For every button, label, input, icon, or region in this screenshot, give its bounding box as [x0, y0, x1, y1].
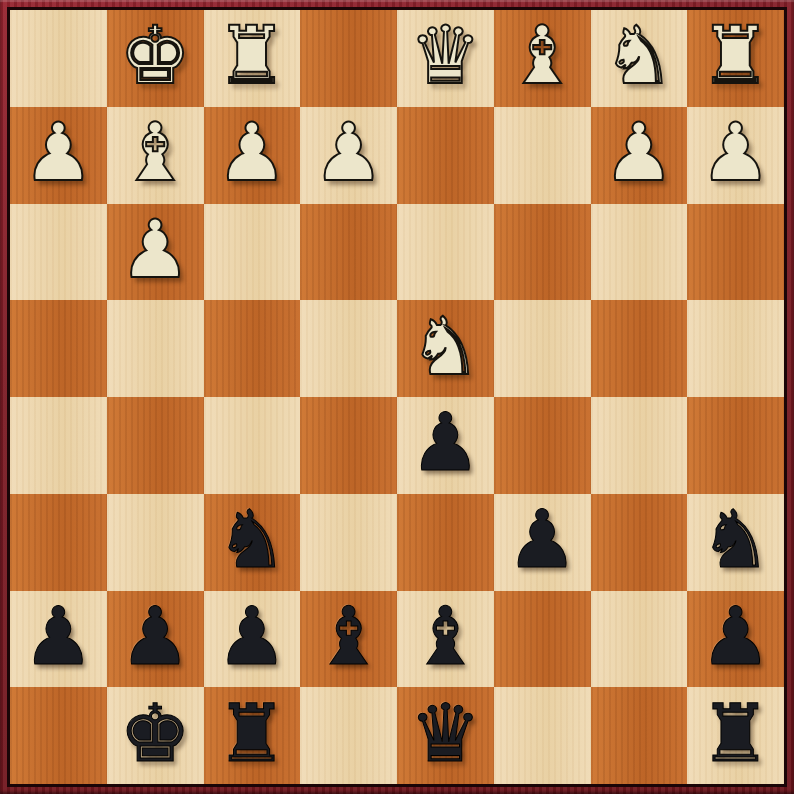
piece-white-knight: ♞	[603, 16, 675, 96]
square-h4[interactable]	[10, 300, 107, 397]
square-d3[interactable]	[397, 204, 494, 301]
piece-black-knight: ♞	[216, 500, 288, 580]
square-h5[interactable]	[10, 397, 107, 494]
piece-white-rook: ♜	[700, 16, 772, 96]
square-e4[interactable]	[300, 300, 397, 397]
piece-black-pawn: ♟	[700, 597, 772, 677]
piece-white-pawn: ♟	[119, 210, 191, 290]
square-f8[interactable]: ♜	[204, 687, 301, 784]
square-e5[interactable]	[300, 397, 397, 494]
square-h1[interactable]	[10, 10, 107, 107]
piece-black-knight: ♞	[700, 500, 772, 580]
piece-black-pawn: ♟	[410, 403, 482, 483]
square-b1[interactable]: ♞	[591, 10, 688, 107]
square-g3[interactable]: ♟	[107, 204, 204, 301]
piece-black-king: ♚	[119, 694, 191, 774]
piece-black-pawn: ♟	[506, 500, 578, 580]
square-g1[interactable]: ♚	[107, 10, 204, 107]
piece-white-pawn: ♟	[216, 113, 288, 193]
square-d5[interactable]: ♟	[397, 397, 494, 494]
square-g5[interactable]	[107, 397, 204, 494]
piece-white-pawn: ♟	[603, 113, 675, 193]
square-b5[interactable]	[591, 397, 688, 494]
square-a4[interactable]	[687, 300, 784, 397]
square-c3[interactable]	[494, 204, 591, 301]
square-c5[interactable]	[494, 397, 591, 494]
square-h3[interactable]	[10, 204, 107, 301]
square-c8[interactable]	[494, 687, 591, 784]
square-f4[interactable]	[204, 300, 301, 397]
square-h6[interactable]	[10, 494, 107, 591]
square-c6[interactable]: ♟	[494, 494, 591, 591]
square-e7[interactable]: ♝	[300, 591, 397, 688]
square-a3[interactable]	[687, 204, 784, 301]
piece-white-pawn: ♟	[313, 113, 385, 193]
piece-white-queen: ♛	[410, 16, 482, 96]
piece-white-bishop: ♝	[506, 16, 578, 96]
square-e6[interactable]	[300, 494, 397, 591]
square-f7[interactable]: ♟	[204, 591, 301, 688]
square-d8[interactable]: ♛	[397, 687, 494, 784]
square-g4[interactable]	[107, 300, 204, 397]
square-g6[interactable]	[107, 494, 204, 591]
square-d6[interactable]	[397, 494, 494, 591]
square-b7[interactable]	[591, 591, 688, 688]
square-f1[interactable]: ♜	[204, 10, 301, 107]
piece-black-pawn: ♟	[216, 597, 288, 677]
square-d1[interactable]: ♛	[397, 10, 494, 107]
square-h7[interactable]: ♟	[10, 591, 107, 688]
square-d4[interactable]: ♞	[397, 300, 494, 397]
piece-white-rook: ♜	[216, 16, 288, 96]
piece-black-rook: ♜	[700, 694, 772, 774]
square-e1[interactable]	[300, 10, 397, 107]
square-f3[interactable]	[204, 204, 301, 301]
square-a1[interactable]: ♜	[687, 10, 784, 107]
piece-white-pawn: ♟	[23, 113, 95, 193]
square-d7[interactable]: ♝	[397, 591, 494, 688]
piece-black-rook: ♜	[216, 694, 288, 774]
square-f5[interactable]	[204, 397, 301, 494]
square-b4[interactable]	[591, 300, 688, 397]
square-b2[interactable]: ♟	[591, 107, 688, 204]
square-e3[interactable]	[300, 204, 397, 301]
square-c4[interactable]	[494, 300, 591, 397]
square-f6[interactable]: ♞	[204, 494, 301, 591]
square-b8[interactable]	[591, 687, 688, 784]
piece-white-bishop: ♝	[119, 113, 191, 193]
square-c7[interactable]	[494, 591, 591, 688]
piece-black-pawn: ♟	[119, 597, 191, 677]
square-g7[interactable]: ♟	[107, 591, 204, 688]
piece-black-pawn: ♟	[23, 597, 95, 677]
square-a6[interactable]: ♞	[687, 494, 784, 591]
piece-black-queen: ♛	[410, 694, 482, 774]
chess-board: ♚♜♛♝♞♜♟♝♟♟♟♟♟♞♟♞♟♞♟♟♟♝♝♟♚♜♛♜	[10, 10, 784, 784]
piece-white-pawn: ♟	[700, 113, 772, 193]
square-b6[interactable]	[591, 494, 688, 591]
square-a5[interactable]	[687, 397, 784, 494]
square-e8[interactable]	[300, 687, 397, 784]
square-f2[interactable]: ♟	[204, 107, 301, 204]
square-g2[interactable]: ♝	[107, 107, 204, 204]
chess-board-frame: ♚♜♛♝♞♜♟♝♟♟♟♟♟♞♟♞♟♞♟♟♟♝♝♟♚♜♛♜	[0, 0, 794, 794]
piece-white-knight: ♞	[410, 307, 482, 387]
square-h8[interactable]	[10, 687, 107, 784]
piece-white-king: ♚	[119, 16, 191, 96]
piece-black-bishop: ♝	[313, 597, 385, 677]
square-h2[interactable]: ♟	[10, 107, 107, 204]
square-g8[interactable]: ♚	[107, 687, 204, 784]
square-a2[interactable]: ♟	[687, 107, 784, 204]
square-a7[interactable]: ♟	[687, 591, 784, 688]
square-e2[interactable]: ♟	[300, 107, 397, 204]
square-a8[interactable]: ♜	[687, 687, 784, 784]
square-c1[interactable]: ♝	[494, 10, 591, 107]
piece-black-bishop: ♝	[410, 597, 482, 677]
square-d2[interactable]	[397, 107, 494, 204]
square-b3[interactable]	[591, 204, 688, 301]
square-c2[interactable]	[494, 107, 591, 204]
